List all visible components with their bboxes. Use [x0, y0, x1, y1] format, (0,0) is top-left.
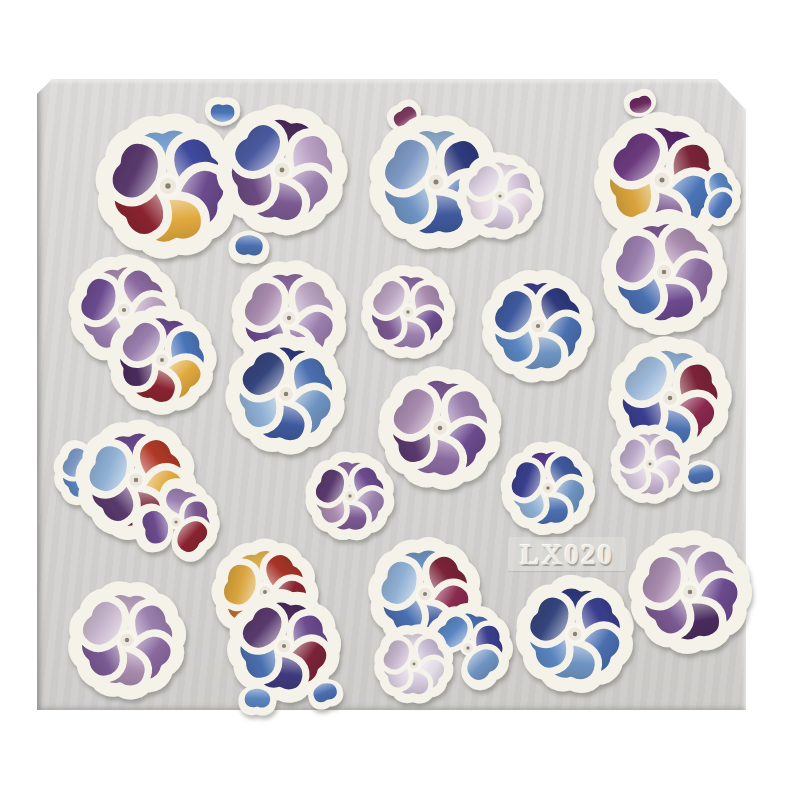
photo-canvas: LX020: [0, 0, 800, 800]
product-code-label: LX020: [508, 537, 626, 571]
photo-background: { "product": { "code_label": "LX020", "d…: [0, 0, 800, 800]
sticker-sheet: [37, 79, 746, 710]
